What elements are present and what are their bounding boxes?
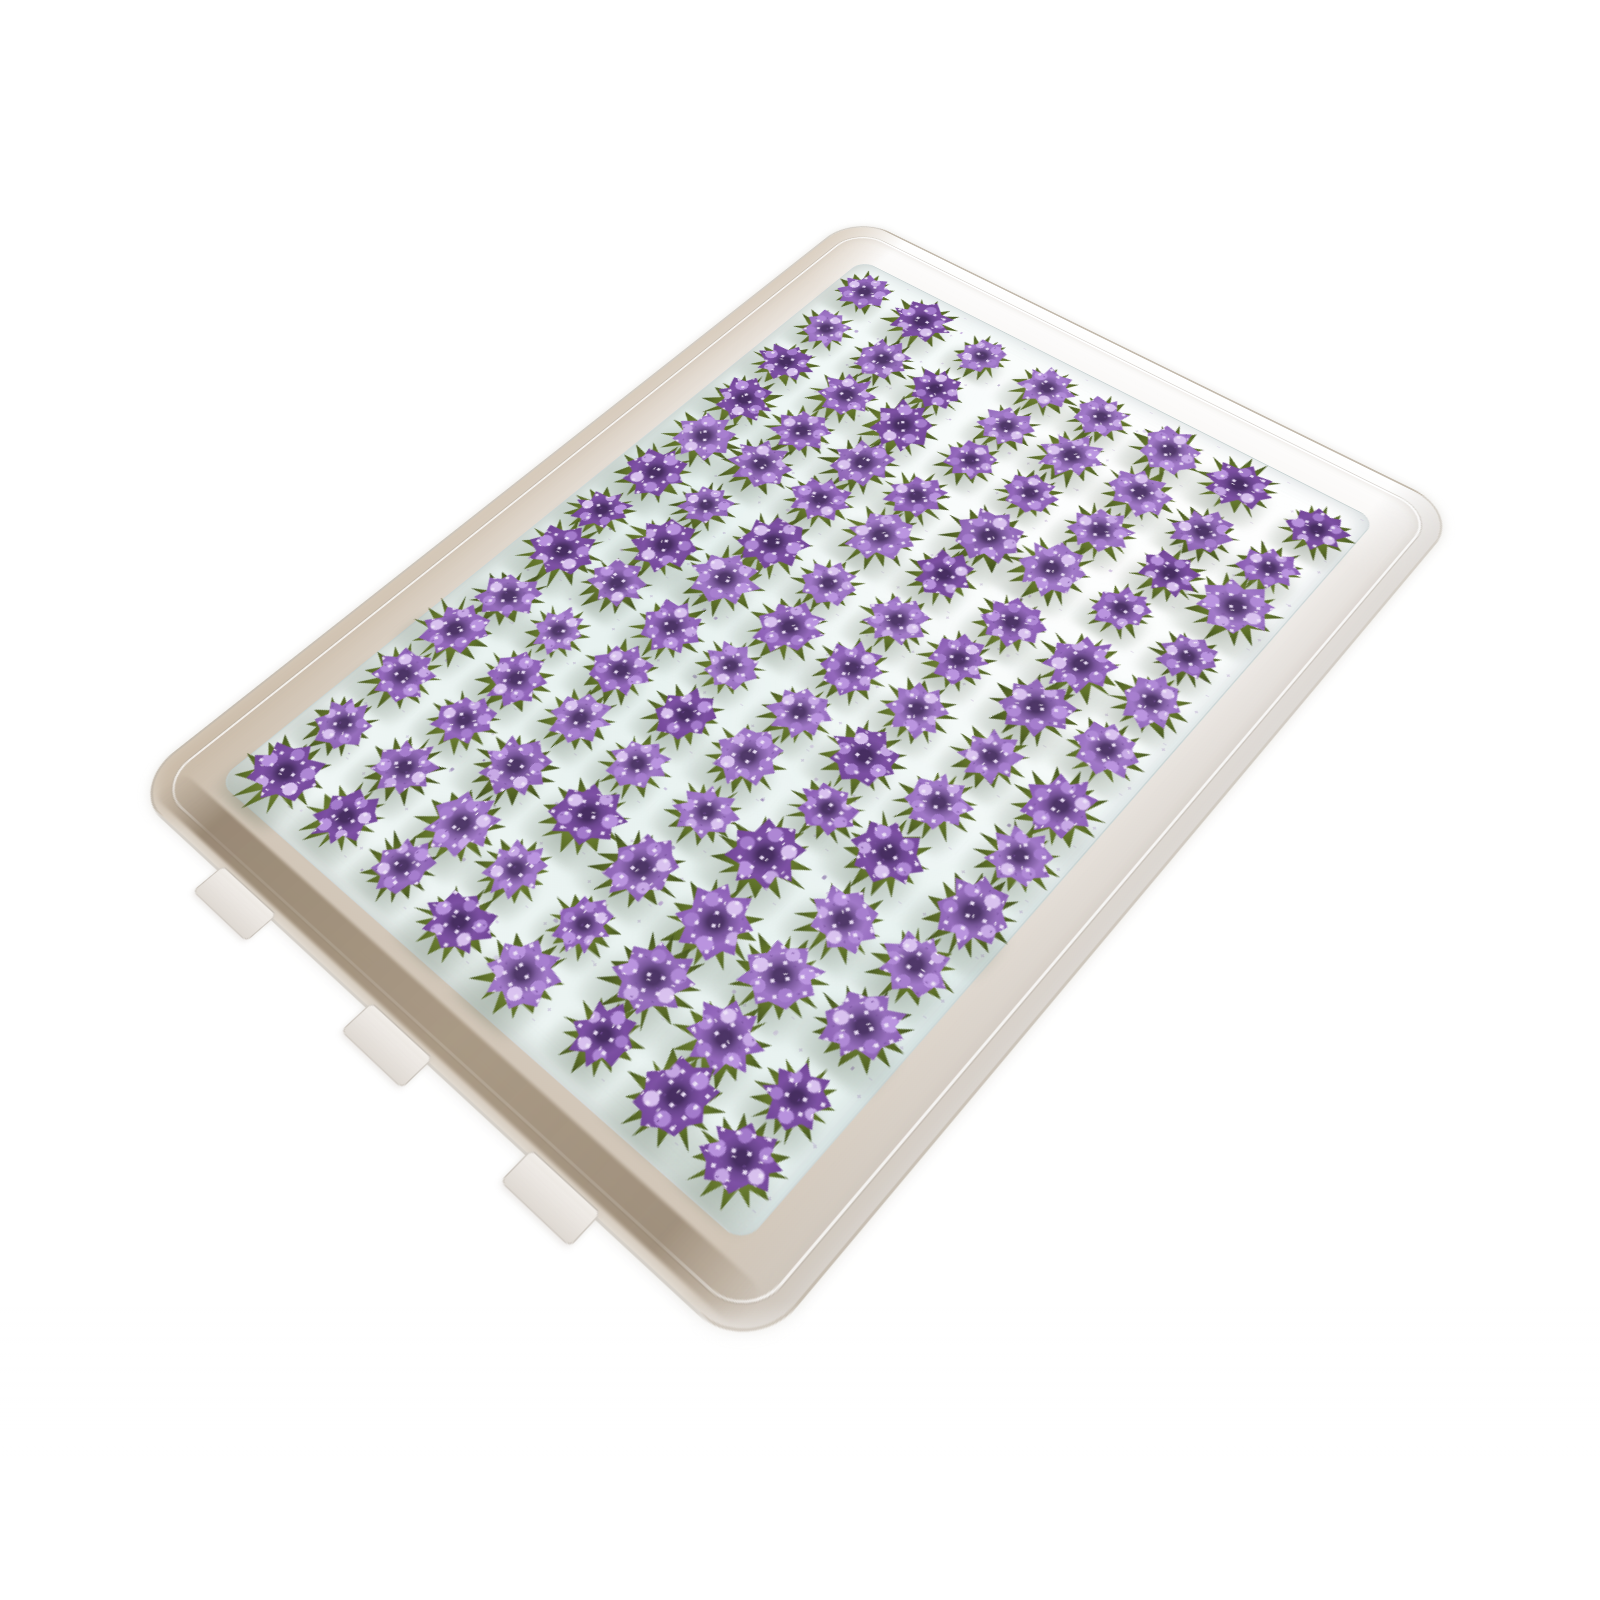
product-photo bbox=[0, 0, 1600, 1600]
photo-bottom-fade bbox=[0, 1300, 1600, 1600]
tuft-grid bbox=[128, 215, 1462, 1363]
tray bbox=[128, 215, 1462, 1363]
